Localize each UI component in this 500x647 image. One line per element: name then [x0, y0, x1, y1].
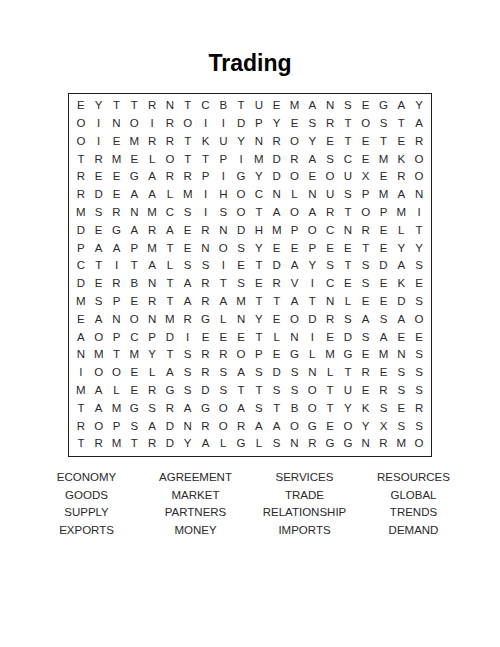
grid-cell[interactable]: T — [250, 382, 268, 400]
grid-cell[interactable]: M — [125, 346, 143, 364]
grid-cell[interactable]: N — [410, 186, 428, 204]
grid-cell[interactable]: R — [321, 311, 339, 329]
grid-cell[interactable]: N — [392, 346, 410, 364]
grid-cell[interactable]: P — [197, 168, 215, 186]
grid-cell[interactable]: M — [108, 400, 126, 418]
grid-cell[interactable]: C — [339, 150, 357, 168]
grid-cell[interactable]: E — [375, 239, 393, 257]
grid-cell[interactable]: E — [286, 239, 304, 257]
grid-cell[interactable]: G — [321, 435, 339, 453]
grid-cell[interactable]: E — [268, 239, 286, 257]
grid-cell[interactable]: A — [179, 400, 197, 418]
grid-cell[interactable]: L — [108, 382, 126, 400]
grid-cell[interactable]: A — [392, 311, 410, 329]
grid-cell[interactable]: S — [357, 257, 375, 275]
grid-cell[interactable]: N — [197, 239, 215, 257]
grid-cell[interactable]: D — [303, 311, 321, 329]
grid-cell[interactable]: E — [392, 133, 410, 151]
grid-cell[interactable]: T — [339, 115, 357, 133]
grid-cell[interactable]: T — [197, 150, 215, 168]
grid-cell[interactable]: U — [321, 186, 339, 204]
grid-cell[interactable]: Y — [303, 257, 321, 275]
grid-cell[interactable]: T — [303, 293, 321, 311]
grid-cell[interactable]: O — [303, 400, 321, 418]
grid-cell[interactable]: A — [72, 328, 90, 346]
grid-cell[interactable]: O — [410, 168, 428, 186]
grid-cell[interactable]: B — [214, 97, 232, 115]
grid-cell[interactable]: R — [143, 382, 161, 400]
grid-cell[interactable]: S — [250, 400, 268, 418]
grid-cell[interactable]: Y — [179, 435, 197, 453]
grid-cell[interactable]: S — [321, 150, 339, 168]
grid-cell[interactable]: E — [392, 328, 410, 346]
grid-cell[interactable]: M — [143, 204, 161, 222]
grid-cell[interactable]: E — [268, 346, 286, 364]
grid-cell[interactable]: Y — [410, 97, 428, 115]
grid-cell[interactable]: S — [90, 293, 108, 311]
grid-cell[interactable]: O — [339, 417, 357, 435]
grid-cell[interactable]: L — [250, 435, 268, 453]
grid-cell[interactable]: R — [143, 133, 161, 151]
grid-cell[interactable]: T — [72, 435, 90, 453]
grid-cell[interactable]: R — [375, 382, 393, 400]
grid-cell[interactable]: M — [375, 150, 393, 168]
grid-cell[interactable]: O — [72, 133, 90, 151]
grid-cell[interactable]: T — [232, 97, 250, 115]
grid-cell[interactable]: L — [339, 293, 357, 311]
grid-cell[interactable]: A — [268, 204, 286, 222]
grid-cell[interactable]: S — [357, 328, 375, 346]
grid-cell[interactable]: A — [250, 417, 268, 435]
grid-cell[interactable]: E — [268, 97, 286, 115]
grid-cell[interactable]: M — [179, 186, 197, 204]
grid-cell[interactable]: S — [410, 293, 428, 311]
grid-cell[interactable]: E — [179, 239, 197, 257]
grid-cell[interactable]: T — [250, 257, 268, 275]
grid-cell[interactable]: E — [125, 364, 143, 382]
grid-cell[interactable]: D — [72, 222, 90, 240]
grid-cell[interactable]: O — [232, 204, 250, 222]
grid-cell[interactable]: R — [108, 275, 126, 293]
grid-cell[interactable]: E — [268, 311, 286, 329]
grid-cell[interactable]: O — [90, 417, 108, 435]
grid-cell[interactable]: N — [143, 311, 161, 329]
grid-cell[interactable]: T — [161, 293, 179, 311]
grid-cell[interactable]: O — [125, 311, 143, 329]
grid-cell[interactable]: E — [339, 275, 357, 293]
grid-cell[interactable]: S — [232, 239, 250, 257]
grid-cell[interactable]: P — [214, 150, 232, 168]
grid-cell[interactable]: I — [214, 115, 232, 133]
grid-cell[interactable]: S — [375, 115, 393, 133]
grid-cell[interactable]: N — [214, 222, 232, 240]
grid-cell[interactable]: Y — [410, 239, 428, 257]
grid-cell[interactable]: T — [321, 400, 339, 418]
grid-cell[interactable]: A — [143, 257, 161, 275]
grid-cell[interactable]: M — [321, 346, 339, 364]
grid-cell[interactable]: P — [357, 186, 375, 204]
grid-cell[interactable]: R — [161, 400, 179, 418]
grid-cell[interactable]: G — [125, 168, 143, 186]
grid-cell[interactable]: S — [179, 364, 197, 382]
grid-cell[interactable]: R — [90, 150, 108, 168]
grid-cell[interactable]: O — [357, 115, 375, 133]
grid-cell[interactable]: M — [72, 293, 90, 311]
grid-cell[interactable]: A — [232, 364, 250, 382]
grid-cell[interactable]: P — [286, 222, 304, 240]
grid-cell[interactable]: T — [339, 364, 357, 382]
grid-cell[interactable]: T — [108, 346, 126, 364]
grid-cell[interactable]: R — [214, 346, 232, 364]
grid-cell[interactable]: M — [108, 435, 126, 453]
grid-cell[interactable]: S — [179, 257, 197, 275]
grid-cell[interactable]: X — [357, 168, 375, 186]
grid-cell[interactable]: S — [268, 382, 286, 400]
grid-cell[interactable]: Y — [339, 400, 357, 418]
grid-cell[interactable]: Y — [143, 346, 161, 364]
grid-cell[interactable]: R — [143, 222, 161, 240]
grid-cell[interactable]: Y — [250, 239, 268, 257]
grid-cell[interactable]: S — [375, 311, 393, 329]
grid-cell[interactable]: E — [410, 328, 428, 346]
grid-cell[interactable]: E — [125, 150, 143, 168]
grid-cell[interactable]: K — [357, 400, 375, 418]
grid-cell[interactable]: I — [232, 150, 250, 168]
grid-cell[interactable]: A — [90, 311, 108, 329]
grid-cell[interactable]: M — [143, 239, 161, 257]
grid-cell[interactable]: C — [72, 257, 90, 275]
grid-cell[interactable]: S — [214, 364, 232, 382]
grid-cell[interactable]: O — [303, 382, 321, 400]
grid-cell[interactable]: I — [90, 133, 108, 151]
grid-cell[interactable]: H — [250, 222, 268, 240]
grid-cell[interactable]: Y — [392, 239, 410, 257]
grid-cell[interactable]: R — [321, 204, 339, 222]
grid-cell[interactable]: O — [179, 115, 197, 133]
grid-cell[interactable]: T — [179, 150, 197, 168]
grid-cell[interactable]: L — [303, 346, 321, 364]
grid-cell[interactable]: R — [392, 168, 410, 186]
grid-cell[interactable]: G — [125, 400, 143, 418]
grid-cell[interactable]: M — [108, 150, 126, 168]
grid-cell[interactable]: D — [268, 364, 286, 382]
grid-cell[interactable]: P — [108, 328, 126, 346]
grid-cell[interactable]: T — [268, 400, 286, 418]
grid-cell[interactable]: T — [72, 150, 90, 168]
grid-cell[interactable]: K — [392, 150, 410, 168]
grid-cell[interactable]: T — [214, 275, 232, 293]
grid-cell[interactable]: D — [197, 382, 215, 400]
grid-cell[interactable]: E — [375, 293, 393, 311]
grid-cell[interactable]: R — [268, 275, 286, 293]
grid-cell[interactable]: E — [108, 168, 126, 186]
grid-cell[interactable]: E — [375, 275, 393, 293]
grid-cell[interactable]: N — [179, 417, 197, 435]
grid-cell[interactable]: R — [161, 115, 179, 133]
grid-cell[interactable]: R — [143, 293, 161, 311]
grid-cell[interactable]: M — [268, 222, 286, 240]
grid-cell[interactable]: N — [286, 328, 304, 346]
grid-cell[interactable]: U — [250, 97, 268, 115]
grid-cell[interactable]: T — [410, 222, 428, 240]
grid-cell[interactable]: A — [392, 186, 410, 204]
grid-cell[interactable]: G — [286, 346, 304, 364]
grid-cell[interactable]: S — [339, 97, 357, 115]
grid-cell[interactable]: C — [250, 186, 268, 204]
grid-cell[interactable]: N — [268, 186, 286, 204]
grid-cell[interactable]: L — [268, 328, 286, 346]
grid-cell[interactable]: O — [410, 150, 428, 168]
grid-cell[interactable]: Y — [232, 133, 250, 151]
grid-cell[interactable]: E — [357, 133, 375, 151]
grid-cell[interactable]: T — [339, 133, 357, 151]
grid-cell[interactable]: S — [392, 364, 410, 382]
grid-cell[interactable]: S — [375, 400, 393, 418]
grid-cell[interactable]: A — [375, 328, 393, 346]
grid-cell[interactable]: R — [197, 293, 215, 311]
grid-cell[interactable]: O — [214, 239, 232, 257]
grid-cell[interactable]: E — [72, 311, 90, 329]
grid-cell[interactable]: E — [232, 257, 250, 275]
grid-cell[interactable]: S — [286, 382, 304, 400]
grid-cell[interactable]: A — [90, 239, 108, 257]
grid-cell[interactable]: T — [232, 382, 250, 400]
grid-cell[interactable]: D — [161, 435, 179, 453]
grid-cell[interactable]: G — [303, 417, 321, 435]
grid-cell[interactable]: E — [357, 293, 375, 311]
grid-cell[interactable]: N — [108, 115, 126, 133]
grid-cell[interactable]: I — [197, 204, 215, 222]
grid-cell[interactable]: N — [321, 97, 339, 115]
grid-cell[interactable]: Y — [357, 417, 375, 435]
grid-cell[interactable]: E — [357, 382, 375, 400]
grid-cell[interactable]: U — [339, 168, 357, 186]
grid-cell[interactable]: S — [410, 417, 428, 435]
grid-cell[interactable]: A — [392, 97, 410, 115]
grid-cell[interactable]: O — [214, 400, 232, 418]
grid-cell[interactable]: Y — [250, 168, 268, 186]
grid-cell[interactable]: R — [90, 435, 108, 453]
grid-cell[interactable]: R — [72, 186, 90, 204]
grid-cell[interactable]: T — [250, 293, 268, 311]
grid-cell[interactable]: R — [286, 150, 304, 168]
grid-cell[interactable]: O — [232, 186, 250, 204]
grid-cell[interactable]: I — [303, 328, 321, 346]
grid-cell[interactable]: S — [125, 417, 143, 435]
grid-cell[interactable]: D — [339, 328, 357, 346]
grid-cell[interactable]: S — [410, 382, 428, 400]
grid-cell[interactable]: R — [197, 275, 215, 293]
grid-cell[interactable]: P — [303, 239, 321, 257]
grid-cell[interactable]: P — [72, 239, 90, 257]
grid-cell[interactable]: E — [303, 168, 321, 186]
grid-cell[interactable]: N — [303, 186, 321, 204]
grid-cell[interactable]: O — [72, 115, 90, 133]
grid-cell[interactable]: S — [232, 275, 250, 293]
grid-cell[interactable]: O — [286, 204, 304, 222]
grid-cell[interactable]: O — [303, 222, 321, 240]
grid-cell[interactable]: E — [321, 133, 339, 151]
grid-cell[interactable]: S — [392, 417, 410, 435]
grid-cell[interactable]: S — [357, 275, 375, 293]
grid-cell[interactable]: E — [357, 97, 375, 115]
grid-cell[interactable]: D — [232, 222, 250, 240]
grid-cell[interactable]: A — [357, 311, 375, 329]
grid-cell[interactable]: O — [286, 133, 304, 151]
grid-cell[interactable]: A — [197, 435, 215, 453]
grid-cell[interactable]: T — [357, 239, 375, 257]
grid-cell[interactable]: E — [108, 133, 126, 151]
grid-cell[interactable]: E — [321, 417, 339, 435]
grid-cell[interactable]: M — [72, 382, 90, 400]
grid-cell[interactable]: S — [179, 382, 197, 400]
grid-cell[interactable]: M — [286, 97, 304, 115]
grid-cell[interactable]: E — [339, 239, 357, 257]
grid-cell[interactable]: O — [410, 311, 428, 329]
grid-cell[interactable]: E — [90, 222, 108, 240]
grid-cell[interactable]: R — [321, 115, 339, 133]
grid-cell[interactable]: S — [250, 364, 268, 382]
grid-cell[interactable]: O — [286, 168, 304, 186]
grid-cell[interactable]: A — [303, 204, 321, 222]
grid-cell[interactable]: L — [392, 222, 410, 240]
grid-cell[interactable]: C — [321, 275, 339, 293]
grid-cell[interactable]: E — [375, 168, 393, 186]
grid-cell[interactable]: M — [161, 311, 179, 329]
grid-cell[interactable]: E — [392, 400, 410, 418]
grid-cell[interactable]: O — [125, 115, 143, 133]
grid-cell[interactable]: R — [410, 400, 428, 418]
grid-cell[interactable]: R — [410, 133, 428, 151]
grid-cell[interactable]: B — [286, 400, 304, 418]
grid-cell[interactable]: T — [125, 257, 143, 275]
grid-cell[interactable]: E — [179, 222, 197, 240]
grid-cell[interactable]: I — [179, 328, 197, 346]
grid-cell[interactable]: A — [161, 364, 179, 382]
grid-cell[interactable]: T — [375, 133, 393, 151]
grid-cell[interactable]: I — [214, 168, 232, 186]
grid-cell[interactable]: E — [375, 364, 393, 382]
grid-cell[interactable]: R — [197, 417, 215, 435]
grid-cell[interactable]: T — [321, 382, 339, 400]
grid-cell[interactable]: R — [357, 222, 375, 240]
grid-cell[interactable]: A — [179, 293, 197, 311]
grid-cell[interactable]: A — [143, 417, 161, 435]
grid-cell[interactable]: U — [339, 382, 357, 400]
grid-cell[interactable]: T — [250, 204, 268, 222]
grid-cell[interactable]: O — [90, 328, 108, 346]
grid-cell[interactable]: M — [375, 346, 393, 364]
grid-cell[interactable]: G — [197, 400, 215, 418]
grid-cell[interactable]: S — [410, 346, 428, 364]
grid-cell[interactable]: Y — [303, 133, 321, 151]
grid-cell[interactable]: T — [268, 293, 286, 311]
grid-cell[interactable]: B — [125, 275, 143, 293]
grid-cell[interactable]: R — [232, 417, 250, 435]
grid-cell[interactable]: N — [286, 435, 304, 453]
grid-cell[interactable]: E — [321, 239, 339, 257]
grid-cell[interactable]: O — [90, 364, 108, 382]
grid-cell[interactable]: O — [286, 311, 304, 329]
grid-cell[interactable]: N — [108, 311, 126, 329]
grid-cell[interactable]: A — [143, 186, 161, 204]
grid-cell[interactable]: S — [214, 382, 232, 400]
grid-cell[interactable]: I — [108, 257, 126, 275]
grid-cell[interactable]: R — [375, 435, 393, 453]
grid-cell[interactable]: S — [143, 400, 161, 418]
grid-cell[interactable]: N — [339, 222, 357, 240]
grid-cell[interactable]: L — [161, 257, 179, 275]
grid-cell[interactable]: M — [125, 133, 143, 151]
grid-cell[interactable]: R — [197, 346, 215, 364]
grid-cell[interactable]: T — [161, 239, 179, 257]
grid-cell[interactable]: L — [143, 364, 161, 382]
grid-cell[interactable]: A — [143, 168, 161, 186]
grid-cell[interactable]: O — [232, 346, 250, 364]
grid-cell[interactable]: T — [179, 97, 197, 115]
grid-cell[interactable]: S — [179, 204, 197, 222]
grid-cell[interactable]: G — [339, 435, 357, 453]
grid-cell[interactable]: S — [321, 257, 339, 275]
grid-cell[interactable]: A — [161, 222, 179, 240]
grid-cell[interactable]: S — [90, 204, 108, 222]
grid-cell[interactable]: M — [250, 150, 268, 168]
grid-cell[interactable]: C — [197, 97, 215, 115]
grid-cell[interactable]: G — [161, 382, 179, 400]
grid-cell[interactable]: R — [179, 311, 197, 329]
grid-cell[interactable]: I — [90, 115, 108, 133]
grid-cell[interactable]: E — [125, 293, 143, 311]
grid-cell[interactable]: D — [72, 275, 90, 293]
grid-cell[interactable]: A — [232, 400, 250, 418]
grid-cell[interactable]: L — [214, 435, 232, 453]
grid-cell[interactable]: N — [125, 204, 143, 222]
grid-cell[interactable]: Y — [250, 311, 268, 329]
grid-cell[interactable]: R — [357, 364, 375, 382]
grid-cell[interactable]: S — [268, 435, 286, 453]
grid-cell[interactable]: G — [197, 311, 215, 329]
grid-cell[interactable]: G — [232, 168, 250, 186]
grid-cell[interactable]: R — [161, 133, 179, 151]
grid-cell[interactable]: O — [214, 417, 232, 435]
grid-cell[interactable]: M — [232, 293, 250, 311]
grid-cell[interactable]: R — [72, 417, 90, 435]
grid-cell[interactable]: A — [179, 275, 197, 293]
grid-cell[interactable]: E — [108, 186, 126, 204]
grid-cell[interactable]: C — [321, 222, 339, 240]
grid-cell[interactable]: D — [161, 328, 179, 346]
grid-cell[interactable]: I — [143, 115, 161, 133]
grid-cell[interactable]: S — [179, 346, 197, 364]
grid-cell[interactable]: N — [143, 275, 161, 293]
grid-cell[interactable]: N — [357, 435, 375, 453]
grid-cell[interactable]: D — [268, 150, 286, 168]
grid-cell[interactable]: M — [72, 204, 90, 222]
grid-cell[interactable]: E — [232, 328, 250, 346]
grid-cell[interactable]: D — [268, 257, 286, 275]
grid-cell[interactable]: S — [392, 382, 410, 400]
grid-cell[interactable]: T — [90, 257, 108, 275]
grid-cell[interactable]: E — [90, 275, 108, 293]
grid-cell[interactable]: D — [268, 168, 286, 186]
grid-cell[interactable]: M — [392, 204, 410, 222]
grid-cell[interactable]: M — [90, 346, 108, 364]
grid-cell[interactable]: R — [197, 364, 215, 382]
grid-cell[interactable]: O — [108, 364, 126, 382]
grid-cell[interactable]: R — [268, 133, 286, 151]
grid-cell[interactable]: S — [286, 364, 304, 382]
grid-cell[interactable]: E — [72, 97, 90, 115]
